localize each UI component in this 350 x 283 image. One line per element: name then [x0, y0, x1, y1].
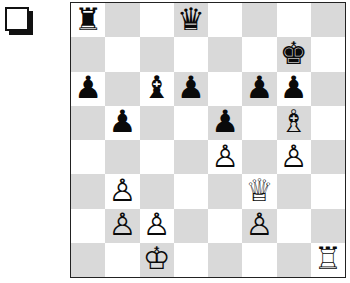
square-f2[interactable]: ♙: [242, 209, 276, 243]
square-c8[interactable]: [140, 3, 174, 37]
square-d3[interactable]: [174, 174, 208, 208]
black-bishop[interactable]: ♝: [143, 72, 171, 103]
black-queen[interactable]: ♛: [177, 4, 205, 35]
square-f6[interactable]: ♟: [242, 72, 276, 106]
square-e6[interactable]: [208, 72, 242, 106]
chess-board: ♜♛♚♟♝♟♟♟♟♟♗♙♙♙♕♙♙♙♔♖: [70, 2, 346, 278]
square-b7[interactable]: [105, 37, 139, 71]
black-pawn[interactable]: ♟: [74, 72, 102, 103]
square-f4[interactable]: [242, 140, 276, 174]
square-b8[interactable]: [105, 3, 139, 37]
square-b4[interactable]: [105, 140, 139, 174]
square-h2[interactable]: [311, 209, 345, 243]
white-rook[interactable]: ♖: [314, 243, 342, 274]
square-e8[interactable]: [208, 3, 242, 37]
square-a2[interactable]: [71, 209, 105, 243]
square-d8[interactable]: ♛: [174, 3, 208, 37]
square-b2[interactable]: ♙: [105, 209, 139, 243]
square-a1[interactable]: [71, 243, 105, 277]
square-a7[interactable]: [71, 37, 105, 71]
black-pawn[interactable]: ♟: [108, 106, 136, 137]
square-h4[interactable]: [311, 140, 345, 174]
square-g2[interactable]: [277, 209, 311, 243]
square-b1[interactable]: [105, 243, 139, 277]
square-c6[interactable]: ♝: [140, 72, 174, 106]
white-queen[interactable]: ♕: [245, 175, 273, 206]
square-g7[interactable]: ♚: [277, 37, 311, 71]
square-d7[interactable]: [174, 37, 208, 71]
square-h3[interactable]: [311, 174, 345, 208]
white-to-move-indicator: [5, 7, 29, 31]
white-pawn[interactable]: ♙: [280, 141, 308, 172]
square-h5[interactable]: [311, 106, 345, 140]
square-h1[interactable]: ♖: [311, 243, 345, 277]
square-b3[interactable]: ♙: [105, 174, 139, 208]
black-pawn[interactable]: ♟: [211, 106, 239, 137]
square-g1[interactable]: [277, 243, 311, 277]
square-b6[interactable]: [105, 72, 139, 106]
square-g3[interactable]: [277, 174, 311, 208]
square-g8[interactable]: [277, 3, 311, 37]
black-king[interactable]: ♚: [280, 38, 308, 69]
square-c2[interactable]: ♙: [140, 209, 174, 243]
white-pawn[interactable]: ♙: [108, 209, 136, 240]
white-pawn[interactable]: ♙: [211, 141, 239, 172]
white-bishop[interactable]: ♗: [280, 106, 308, 137]
square-e2[interactable]: [208, 209, 242, 243]
square-d1[interactable]: [174, 243, 208, 277]
square-d5[interactable]: [174, 106, 208, 140]
square-d6[interactable]: ♟: [174, 72, 208, 106]
square-f5[interactable]: [242, 106, 276, 140]
square-c1[interactable]: ♔: [140, 243, 174, 277]
square-f8[interactable]: [242, 3, 276, 37]
black-pawn[interactable]: ♟: [245, 72, 273, 103]
square-g4[interactable]: ♙: [277, 140, 311, 174]
square-a6[interactable]: ♟: [71, 72, 105, 106]
black-pawn[interactable]: ♟: [280, 72, 308, 103]
square-a8[interactable]: ♜: [71, 3, 105, 37]
black-rook[interactable]: ♜: [74, 4, 102, 35]
square-c5[interactable]: [140, 106, 174, 140]
white-pawn[interactable]: ♙: [245, 209, 273, 240]
square-c3[interactable]: [140, 174, 174, 208]
square-e7[interactable]: [208, 37, 242, 71]
black-pawn[interactable]: ♟: [177, 72, 205, 103]
chess-diagram: ♜♛♚♟♝♟♟♟♟♟♗♙♙♙♕♙♙♙♔♖: [0, 0, 350, 283]
square-f3[interactable]: ♕: [242, 174, 276, 208]
square-a5[interactable]: [71, 106, 105, 140]
white-pawn[interactable]: ♙: [108, 175, 136, 206]
square-a4[interactable]: [71, 140, 105, 174]
square-d4[interactable]: [174, 140, 208, 174]
square-h8[interactable]: [311, 3, 345, 37]
square-f1[interactable]: [242, 243, 276, 277]
square-c7[interactable]: [140, 37, 174, 71]
square-c4[interactable]: [140, 140, 174, 174]
square-h6[interactable]: [311, 72, 345, 106]
square-g6[interactable]: ♟: [277, 72, 311, 106]
square-e4[interactable]: ♙: [208, 140, 242, 174]
square-b5[interactable]: ♟: [105, 106, 139, 140]
square-h7[interactable]: [311, 37, 345, 71]
square-d2[interactable]: [174, 209, 208, 243]
white-pawn[interactable]: ♙: [143, 209, 171, 240]
square-e1[interactable]: [208, 243, 242, 277]
square-e5[interactable]: ♟: [208, 106, 242, 140]
square-a3[interactable]: [71, 174, 105, 208]
square-e3[interactable]: [208, 174, 242, 208]
square-f7[interactable]: [242, 37, 276, 71]
white-king[interactable]: ♔: [143, 243, 171, 274]
square-g5[interactable]: ♗: [277, 106, 311, 140]
